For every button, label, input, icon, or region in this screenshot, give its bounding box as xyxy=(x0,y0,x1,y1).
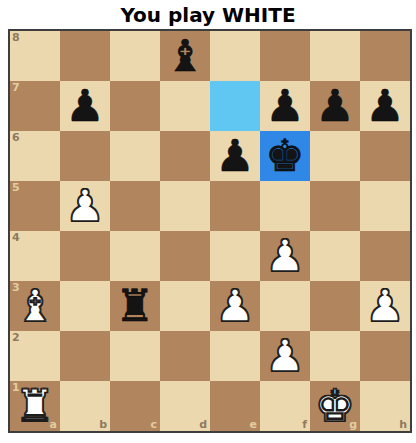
white-pawn-piece-b5[interactable]: ♟ xyxy=(60,181,110,231)
square-e3[interactable]: ♟ xyxy=(210,281,260,331)
black-bishop-piece-d8[interactable]: ♝ xyxy=(160,31,210,81)
square-b8[interactable] xyxy=(60,31,110,81)
square-d6[interactable] xyxy=(160,131,210,181)
square-h7[interactable]: ♟ xyxy=(360,81,410,131)
square-d1[interactable]: d xyxy=(160,381,210,431)
square-g5[interactable] xyxy=(310,181,360,231)
square-g1[interactable]: g♚ xyxy=(310,381,360,431)
rank-label-4: 4 xyxy=(12,232,20,243)
square-c4[interactable] xyxy=(110,231,160,281)
square-c8[interactable] xyxy=(110,31,160,81)
square-f2[interactable]: ♟ xyxy=(260,331,310,381)
file-label-h: h xyxy=(399,419,407,430)
file-label-e: e xyxy=(250,419,257,430)
white-pawn-piece-h3[interactable]: ♟ xyxy=(360,281,410,331)
square-a4[interactable]: 4 xyxy=(10,231,60,281)
black-pawn-piece-h7[interactable]: ♟ xyxy=(360,81,410,131)
square-g7[interactable]: ♟ xyxy=(310,81,360,131)
white-pawn-piece-e3[interactable]: ♟ xyxy=(210,281,260,331)
square-d7[interactable] xyxy=(160,81,210,131)
black-pawn-piece-f7[interactable]: ♟ xyxy=(260,81,310,131)
square-h3[interactable]: ♟ xyxy=(360,281,410,331)
rank-label-2: 2 xyxy=(12,332,20,343)
square-c7[interactable] xyxy=(110,81,160,131)
square-a8[interactable]: 8 xyxy=(10,31,60,81)
black-king-piece-f6[interactable]: ♚ xyxy=(260,131,310,181)
square-h1[interactable]: h xyxy=(360,381,410,431)
square-e6[interactable]: ♟ xyxy=(210,131,260,181)
rank-label-6: 6 xyxy=(12,132,20,143)
file-label-d: d xyxy=(199,419,207,430)
square-g4[interactable] xyxy=(310,231,360,281)
square-b3[interactable] xyxy=(60,281,110,331)
rank-label-8: 8 xyxy=(12,32,20,43)
board-frame: 8♝7♟♟♟♟6♟♚5♟4♟3♝♜♟♟2♟1a♜bcdefg♚h xyxy=(8,29,412,433)
square-a7[interactable]: 7 xyxy=(10,81,60,131)
square-h8[interactable] xyxy=(360,31,410,81)
page-title: You play WHITE xyxy=(0,0,416,29)
square-h2[interactable] xyxy=(360,331,410,381)
square-f8[interactable] xyxy=(260,31,310,81)
black-rook-piece-c3[interactable]: ♜ xyxy=(110,281,160,331)
square-e4[interactable] xyxy=(210,231,260,281)
square-g6[interactable] xyxy=(310,131,360,181)
square-h5[interactable] xyxy=(360,181,410,231)
square-d5[interactable] xyxy=(160,181,210,231)
square-f6-last-move-to-highlight[interactable]: ♚ xyxy=(260,131,310,181)
white-king-piece-g1[interactable]: ♚ xyxy=(310,381,360,431)
square-f3[interactable] xyxy=(260,281,310,331)
white-pawn-piece-f2[interactable]: ♟ xyxy=(260,331,310,381)
file-label-c: c xyxy=(150,419,157,430)
square-g2[interactable] xyxy=(310,331,360,381)
square-d2[interactable] xyxy=(160,331,210,381)
square-f7[interactable]: ♟ xyxy=(260,81,310,131)
white-bishop-piece-a3[interactable]: ♝ xyxy=(10,281,60,331)
square-b5[interactable]: ♟ xyxy=(60,181,110,231)
black-pawn-piece-g7[interactable]: ♟ xyxy=(310,81,360,131)
square-h6[interactable] xyxy=(360,131,410,181)
square-c6[interactable] xyxy=(110,131,160,181)
square-e1[interactable]: e xyxy=(210,381,260,431)
square-e2[interactable] xyxy=(210,331,260,381)
square-g8[interactable] xyxy=(310,31,360,81)
square-f1[interactable]: f xyxy=(260,381,310,431)
chess-board: 8♝7♟♟♟♟6♟♚5♟4♟3♝♜♟♟2♟1a♜bcdefg♚h xyxy=(10,31,410,431)
square-d4[interactable] xyxy=(160,231,210,281)
square-c5[interactable] xyxy=(110,181,160,231)
file-label-f: f xyxy=(302,419,307,430)
rank-label-5: 5 xyxy=(12,182,20,193)
square-c2[interactable] xyxy=(110,331,160,381)
black-pawn-piece-e6[interactable]: ♟ xyxy=(210,131,260,181)
white-pawn-piece-f4[interactable]: ♟ xyxy=(260,231,310,281)
square-a5[interactable]: 5 xyxy=(10,181,60,231)
square-b6[interactable] xyxy=(60,131,110,181)
square-g3[interactable] xyxy=(310,281,360,331)
square-f5[interactable] xyxy=(260,181,310,231)
square-a2[interactable]: 2 xyxy=(10,331,60,381)
square-a3[interactable]: 3♝ xyxy=(10,281,60,331)
square-b1[interactable]: b xyxy=(60,381,110,431)
rank-label-7: 7 xyxy=(12,82,20,93)
square-a6[interactable]: 6 xyxy=(10,131,60,181)
square-f4[interactable]: ♟ xyxy=(260,231,310,281)
square-e7-last-move-from-highlight[interactable] xyxy=(210,81,260,131)
file-label-b: b xyxy=(99,419,107,430)
square-a1[interactable]: 1a♜ xyxy=(10,381,60,431)
square-e5[interactable] xyxy=(210,181,260,231)
square-b2[interactable] xyxy=(60,331,110,381)
square-h4[interactable] xyxy=(360,231,410,281)
square-d8[interactable]: ♝ xyxy=(160,31,210,81)
white-rook-piece-a1[interactable]: ♜ xyxy=(10,381,60,431)
square-d3[interactable] xyxy=(160,281,210,331)
square-b4[interactable] xyxy=(60,231,110,281)
square-b7[interactable]: ♟ xyxy=(60,81,110,131)
square-c1[interactable]: c xyxy=(110,381,160,431)
square-c3[interactable]: ♜ xyxy=(110,281,160,331)
square-e8[interactable] xyxy=(210,31,260,81)
black-pawn-piece-b7[interactable]: ♟ xyxy=(60,81,110,131)
